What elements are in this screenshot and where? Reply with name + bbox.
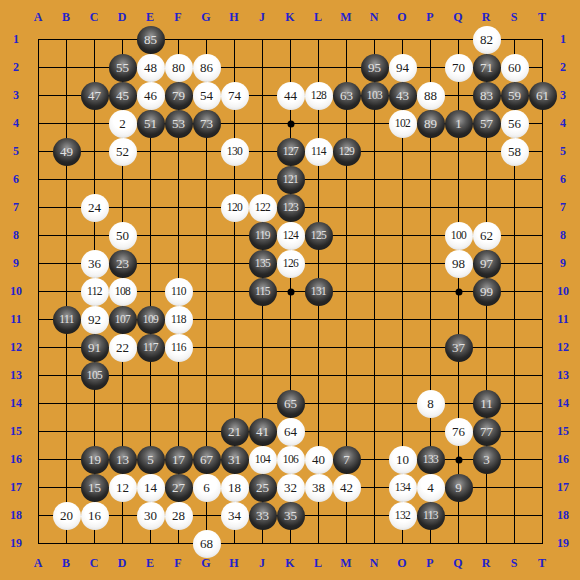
stone-black-135-J9[interactable]: 135 [249, 250, 277, 278]
stone-black-115-J10[interactable]: 115 [249, 278, 277, 306]
stone-black-99-R10[interactable]: 99 [473, 278, 501, 306]
stone-white-14-E17[interactable]: 14 [137, 474, 165, 502]
row-label-left-17: 17 [10, 481, 22, 493]
stone-white-102-O4[interactable]: 102 [389, 110, 417, 138]
column-label-bottom-R: R [482, 557, 491, 569]
stone-white-44-K3[interactable]: 44 [277, 82, 305, 110]
row-label-right-5: 5 [560, 145, 566, 157]
stone-black-21-H15[interactable]: 21 [221, 418, 249, 446]
stone-white-34-H18[interactable]: 34 [221, 502, 249, 530]
stone-black-133-P16[interactable]: 133 [417, 446, 445, 474]
row-label-left-2: 2 [13, 61, 19, 73]
stone-white-24-C7[interactable]: 24 [81, 194, 109, 222]
stone-black-85-E1[interactable]: 85 [137, 26, 165, 54]
column-label-bottom-J: J [259, 557, 265, 569]
column-label-bottom-S: S [511, 557, 518, 569]
row-label-left-1: 1 [13, 33, 19, 45]
column-label-bottom-P: P [426, 557, 433, 569]
row-label-right-11: 11 [557, 313, 568, 325]
stone-black-45-D3[interactable]: 45 [109, 82, 137, 110]
row-label-right-12: 12 [557, 341, 569, 353]
row-label-right-9: 9 [560, 257, 566, 269]
row-label-left-5: 5 [13, 145, 19, 157]
row-label-right-3: 3 [560, 89, 566, 101]
row-label-left-18: 18 [10, 509, 22, 521]
stone-white-108-D10[interactable]: 108 [109, 278, 137, 306]
row-label-left-9: 9 [13, 257, 19, 269]
row-label-right-7: 7 [560, 201, 566, 213]
stone-white-18-H17[interactable]: 18 [221, 474, 249, 502]
stone-black-33-J18[interactable]: 33 [249, 502, 277, 530]
stone-white-116-F12[interactable]: 116 [165, 334, 193, 362]
stone-black-91-C12[interactable]: 91 [81, 334, 109, 362]
stone-black-25-J17[interactable]: 25 [249, 474, 277, 502]
stone-white-98-Q9[interactable]: 98 [445, 250, 473, 278]
stone-white-42-M17[interactable]: 42 [333, 474, 361, 502]
column-label-bottom-K: K [285, 557, 294, 569]
stone-black-11-R14[interactable]: 11 [473, 390, 501, 418]
stone-white-20-B18[interactable]: 20 [53, 502, 81, 530]
stone-white-124-K8[interactable]: 124 [277, 222, 305, 250]
stone-black-43-O3[interactable]: 43 [389, 82, 417, 110]
column-label-top-J: J [259, 11, 265, 23]
stone-black-9-Q17[interactable]: 9 [445, 474, 473, 502]
row-label-left-16: 16 [10, 453, 22, 465]
row-label-left-19: 19 [10, 537, 22, 549]
row-label-left-14: 14 [10, 397, 22, 409]
grid-line-horizontal [38, 375, 543, 376]
column-label-top-S: S [511, 11, 518, 23]
stone-white-60-S2[interactable]: 60 [501, 54, 529, 82]
stone-black-83-R3[interactable]: 83 [473, 82, 501, 110]
row-label-left-7: 7 [13, 201, 19, 213]
stone-black-61-T3[interactable]: 61 [529, 82, 557, 110]
stone-black-19-C16[interactable]: 19 [81, 446, 109, 474]
stone-black-15-C17[interactable]: 15 [81, 474, 109, 502]
stone-black-125-L8[interactable]: 125 [305, 222, 333, 250]
column-label-top-A: A [34, 11, 43, 23]
stone-white-120-H7[interactable]: 120 [221, 194, 249, 222]
column-label-top-L: L [314, 11, 322, 23]
column-label-bottom-B: B [62, 557, 70, 569]
row-label-right-13: 13 [557, 369, 569, 381]
stone-white-62-R8[interactable]: 62 [473, 222, 501, 250]
stone-black-13-D16[interactable]: 13 [109, 446, 137, 474]
stone-white-126-K9[interactable]: 126 [277, 250, 305, 278]
stone-black-97-R9[interactable]: 97 [473, 250, 501, 278]
stone-black-63-M3[interactable]: 63 [333, 82, 361, 110]
row-label-right-18: 18 [557, 509, 569, 521]
stone-white-92-C11[interactable]: 92 [81, 306, 109, 334]
stone-white-12-D17[interactable]: 12 [109, 474, 137, 502]
stone-black-41-J15[interactable]: 41 [249, 418, 277, 446]
stone-white-134-O17[interactable]: 134 [389, 474, 417, 502]
stone-black-111-B11[interactable]: 111 [53, 306, 81, 334]
row-label-right-8: 8 [560, 229, 566, 241]
stone-black-51-E4[interactable]: 51 [137, 110, 165, 138]
stone-white-86-G2[interactable]: 86 [193, 54, 221, 82]
row-label-right-14: 14 [557, 397, 569, 409]
column-label-top-C: C [90, 11, 99, 23]
row-label-left-13: 13 [10, 369, 22, 381]
stone-white-46-E3[interactable]: 46 [137, 82, 165, 110]
row-label-left-6: 6 [13, 173, 19, 185]
stone-white-82-R1[interactable]: 82 [473, 26, 501, 54]
star-point-K4 [287, 120, 294, 127]
stone-white-6-G17[interactable]: 6 [193, 474, 221, 502]
column-label-bottom-Q: Q [453, 557, 462, 569]
stone-white-52-D5[interactable]: 52 [109, 138, 137, 166]
column-label-top-P: P [426, 11, 433, 23]
stone-white-80-F2[interactable]: 80 [165, 54, 193, 82]
stone-white-36-C9[interactable]: 36 [81, 250, 109, 278]
stone-black-113-P18[interactable]: 113 [417, 502, 445, 530]
column-label-bottom-C: C [90, 557, 99, 569]
column-label-top-G: G [201, 11, 210, 23]
row-label-right-10: 10 [557, 285, 569, 297]
stone-white-32-K17[interactable]: 32 [277, 474, 305, 502]
stone-black-27-F17[interactable]: 27 [165, 474, 193, 502]
row-label-right-2: 2 [560, 61, 566, 73]
row-label-right-19: 19 [557, 537, 569, 549]
row-label-left-15: 15 [10, 425, 22, 437]
stone-white-10-O16[interactable]: 10 [389, 446, 417, 474]
stone-black-23-D9[interactable]: 23 [109, 250, 137, 278]
stone-black-57-R4[interactable]: 57 [473, 110, 501, 138]
stone-black-109-E11[interactable]: 109 [137, 306, 165, 334]
stone-black-53-F4[interactable]: 53 [165, 110, 193, 138]
stone-black-119-J8[interactable]: 119 [249, 222, 277, 250]
row-label-left-4: 4 [13, 117, 19, 129]
row-label-right-15: 15 [557, 425, 569, 437]
stone-white-112-C10[interactable]: 112 [81, 278, 109, 306]
stone-black-79-F3[interactable]: 79 [165, 82, 193, 110]
stone-black-107-D11[interactable]: 107 [109, 306, 137, 334]
column-label-top-O: O [397, 11, 406, 23]
row-label-right-17: 17 [557, 481, 569, 493]
stone-white-118-F11[interactable]: 118 [165, 306, 193, 334]
column-label-bottom-O: O [397, 557, 406, 569]
stone-black-127-K5[interactable]: 127 [277, 138, 305, 166]
stone-black-37-Q12[interactable]: 37 [445, 334, 473, 362]
stone-black-17-F16[interactable]: 17 [165, 446, 193, 474]
row-label-right-1: 1 [560, 33, 566, 45]
stone-white-106-K16[interactable]: 106 [277, 446, 305, 474]
stone-black-77-R15[interactable]: 77 [473, 418, 501, 446]
stone-black-1-Q4[interactable]: 1 [445, 110, 473, 138]
stone-white-68-G19[interactable]: 68 [193, 530, 221, 558]
column-label-top-R: R [482, 11, 491, 23]
stone-white-130-H5[interactable]: 130 [221, 138, 249, 166]
stone-white-30-E18[interactable]: 30 [137, 502, 165, 530]
stone-white-94-O2[interactable]: 94 [389, 54, 417, 82]
row-label-right-6: 6 [560, 173, 566, 185]
stone-black-65-K14[interactable]: 65 [277, 390, 305, 418]
column-label-top-K: K [285, 11, 294, 23]
column-label-top-B: B [62, 11, 70, 23]
stone-black-73-G4[interactable]: 73 [193, 110, 221, 138]
stone-black-131-L10[interactable]: 131 [305, 278, 333, 306]
column-label-bottom-G: G [201, 557, 210, 569]
stone-white-56-S4[interactable]: 56 [501, 110, 529, 138]
star-point-K10 [287, 288, 294, 295]
row-label-left-11: 11 [10, 313, 21, 325]
star-point-Q16 [455, 456, 462, 463]
stone-white-58-S5[interactable]: 58 [501, 138, 529, 166]
stone-white-128-L3[interactable]: 128 [305, 82, 333, 110]
stone-white-114-L5[interactable]: 114 [305, 138, 333, 166]
stone-white-88-P3[interactable]: 88 [417, 82, 445, 110]
stone-black-71-R2[interactable]: 71 [473, 54, 501, 82]
stone-black-95-N2[interactable]: 95 [361, 54, 389, 82]
star-point-Q10 [455, 288, 462, 295]
row-label-left-3: 3 [13, 89, 19, 101]
stone-black-117-E12[interactable]: 117 [137, 334, 165, 362]
stone-white-70-Q2[interactable]: 70 [445, 54, 473, 82]
column-label-top-Q: Q [453, 11, 462, 23]
column-label-bottom-E: E [146, 557, 154, 569]
column-label-bottom-N: N [370, 557, 379, 569]
stone-black-59-S3[interactable]: 59 [501, 82, 529, 110]
stone-white-40-L16[interactable]: 40 [305, 446, 333, 474]
column-label-bottom-H: H [229, 557, 238, 569]
stone-black-67-G16[interactable]: 67 [193, 446, 221, 474]
stone-black-35-K18[interactable]: 35 [277, 502, 305, 530]
stone-black-105-C13[interactable]: 105 [81, 362, 109, 390]
stone-black-49-B5[interactable]: 49 [53, 138, 81, 166]
row-label-left-8: 8 [13, 229, 19, 241]
row-label-right-16: 16 [557, 453, 569, 465]
stone-black-129-M5[interactable]: 129 [333, 138, 361, 166]
stone-white-50-D8[interactable]: 50 [109, 222, 137, 250]
stone-black-89-P4[interactable]: 89 [417, 110, 445, 138]
column-label-top-T: T [538, 11, 546, 23]
stone-white-28-F18[interactable]: 28 [165, 502, 193, 530]
stone-white-76-Q15[interactable]: 76 [445, 418, 473, 446]
stone-white-104-J16[interactable]: 104 [249, 446, 277, 474]
stone-white-48-E2[interactable]: 48 [137, 54, 165, 82]
stone-white-74-H3[interactable]: 74 [221, 82, 249, 110]
row-label-right-4: 4 [560, 117, 566, 129]
row-label-left-12: 12 [10, 341, 22, 353]
stone-white-22-D12[interactable]: 22 [109, 334, 137, 362]
stone-black-121-K6[interactable]: 121 [277, 166, 305, 194]
grid-line-vertical [542, 39, 543, 544]
stone-white-8-P14[interactable]: 8 [417, 390, 445, 418]
stone-black-7-M16[interactable]: 7 [333, 446, 361, 474]
column-label-bottom-A: A [34, 557, 43, 569]
grid-line-horizontal [38, 543, 543, 544]
row-label-left-10: 10 [10, 285, 22, 297]
column-label-bottom-D: D [118, 557, 127, 569]
stone-black-123-K7[interactable]: 123 [277, 194, 305, 222]
column-label-bottom-F: F [174, 557, 181, 569]
stone-white-100-Q8[interactable]: 100 [445, 222, 473, 250]
stone-black-31-H16[interactable]: 31 [221, 446, 249, 474]
stone-white-16-C18[interactable]: 16 [81, 502, 109, 530]
column-label-bottom-L: L [314, 557, 322, 569]
column-label-bottom-M: M [340, 557, 351, 569]
column-label-top-D: D [118, 11, 127, 23]
stone-white-38-L17[interactable]: 38 [305, 474, 333, 502]
stone-white-2-D4[interactable]: 2 [109, 110, 137, 138]
go-board[interactable]: AABBCCDDEEFFGGHHJJKKLLMMNNOOPPQQRRSSTT11… [0, 0, 580, 580]
column-label-top-F: F [174, 11, 181, 23]
stone-white-64-K15[interactable]: 64 [277, 418, 305, 446]
column-label-top-N: N [370, 11, 379, 23]
column-label-top-E: E [146, 11, 154, 23]
stone-black-103-N3[interactable]: 103 [361, 82, 389, 110]
stone-white-54-G3[interactable]: 54 [193, 82, 221, 110]
grid-line-vertical [374, 39, 375, 544]
stone-white-110-F10[interactable]: 110 [165, 278, 193, 306]
column-label-bottom-T: T [538, 557, 546, 569]
column-label-top-M: M [340, 11, 351, 23]
column-label-top-H: H [229, 11, 238, 23]
stone-white-4-P17[interactable]: 4 [417, 474, 445, 502]
stone-black-47-C3[interactable]: 47 [81, 82, 109, 110]
stone-white-132-O18[interactable]: 132 [389, 502, 417, 530]
stone-black-5-E16[interactable]: 5 [137, 446, 165, 474]
stone-black-55-D2[interactable]: 55 [109, 54, 137, 82]
stone-black-3-R16[interactable]: 3 [473, 446, 501, 474]
stone-white-122-J7[interactable]: 122 [249, 194, 277, 222]
